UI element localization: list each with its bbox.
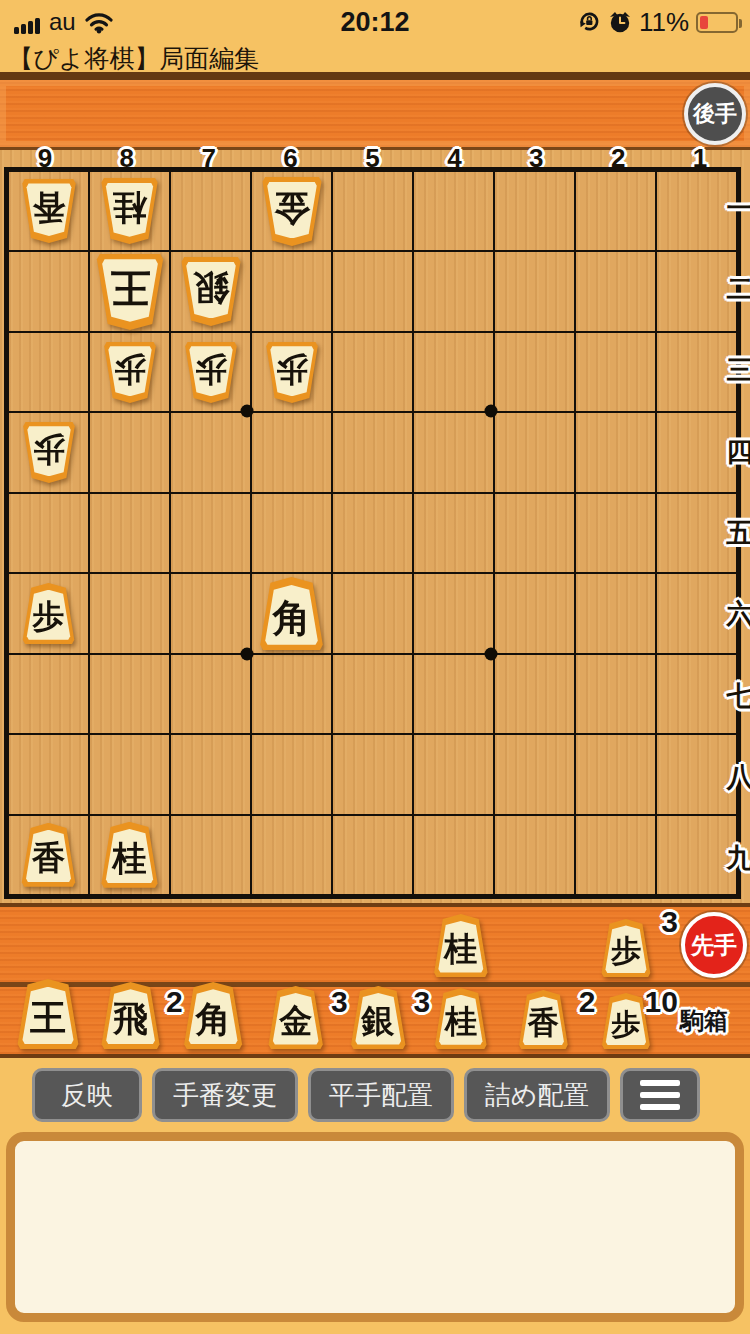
tray-slot-角 <box>177 907 249 982</box>
cell-9-2[interactable] <box>9 252 88 330</box>
apply-button[interactable]: 反映 <box>32 1068 142 1122</box>
rank-label-2: 二 <box>723 248 750 329</box>
cell-8-7[interactable] <box>90 655 169 733</box>
cell-2-9[interactable] <box>576 816 655 894</box>
cell-3-7[interactable] <box>495 655 574 733</box>
piece-kanji: 銀 <box>179 257 243 317</box>
piece-kanji: 香 <box>20 179 78 235</box>
cell-4-8[interactable] <box>414 735 493 813</box>
cell-5-4[interactable] <box>333 413 412 491</box>
sente-hand-slots: 桂歩3 <box>12 907 662 982</box>
piece-kanji: 角 <box>182 991 245 1049</box>
shogi-piece-桂[interactable]: 桂 <box>99 178 160 244</box>
cell-3-9[interactable] <box>495 816 574 894</box>
cell-3-5[interactable] <box>495 494 574 572</box>
piece-shape: 香 <box>517 990 570 1049</box>
cell-4-9[interactable] <box>414 816 493 894</box>
cell-6-2[interactable] <box>252 252 331 330</box>
tray-slot-歩 <box>590 80 662 147</box>
gote-hand-slots <box>12 80 662 147</box>
piece-shape: 金 <box>260 177 324 246</box>
cell-6-8[interactable] <box>252 735 331 813</box>
rank-label-1: 一 <box>723 167 750 248</box>
piece-kanji: 飛 <box>99 991 162 1049</box>
piece-count: 2 <box>579 985 596 1019</box>
tray-slot-香 <box>507 80 579 147</box>
status-right: 11% <box>577 7 738 38</box>
cell-9-4[interactable]: 歩 <box>9 413 88 491</box>
cell-3-2[interactable] <box>495 252 574 330</box>
piece-kanji: 香 <box>20 831 78 887</box>
piece-shape: 銀 <box>349 986 408 1049</box>
star-point <box>241 405 254 418</box>
tsume-setup-button[interactable]: 詰め配置 <box>464 1068 610 1122</box>
piece-shape: 飛 <box>99 982 162 1049</box>
shogi-piece-王[interactable]: 王 <box>15 979 81 1049</box>
cell-6-5[interactable] <box>252 494 331 572</box>
tray-slot-金[interactable]: 金3 <box>260 987 332 1054</box>
cell-4-4[interactable] <box>414 413 493 491</box>
piece-box-tray: 王飛2角金3銀3桂香2歩10 駒箱 <box>0 987 750 1054</box>
gote-turn-badge: 後手 <box>684 83 746 145</box>
piece-kanji: 金 <box>260 177 324 237</box>
piece-kanji: 歩 <box>21 591 77 644</box>
piece-shape: 歩 <box>264 342 320 403</box>
tray-slot-銀 <box>342 907 414 982</box>
cell-6-3[interactable]: 歩 <box>252 333 331 411</box>
cell-5-9[interactable] <box>333 816 412 894</box>
tray-slot-飛[interactable]: 飛2 <box>95 987 167 1054</box>
cell-3-4[interactable] <box>495 413 574 491</box>
tray-slot-桂[interactable]: 桂 <box>425 987 497 1054</box>
piece-box-label: 駒箱 <box>664 987 744 1054</box>
tray-slot-角 <box>177 80 249 147</box>
piece-shape: 香 <box>20 179 78 243</box>
cell-9-6[interactable]: 歩 <box>9 574 88 652</box>
cell-8-2[interactable]: 王 <box>90 252 169 330</box>
cell-9-1[interactable]: 香 <box>9 172 88 250</box>
shogi-piece-歩[interactable]: 歩 <box>21 583 77 644</box>
cell-5-8[interactable] <box>333 735 412 813</box>
cell-4-3[interactable] <box>414 333 493 411</box>
cell-7-6[interactable] <box>171 574 250 652</box>
cell-7-8[interactable] <box>171 735 250 813</box>
piece-count: 3 <box>331 985 348 1019</box>
cell-8-9[interactable]: 桂 <box>90 816 169 894</box>
shogi-piece-歩[interactable]: 歩 <box>599 919 652 977</box>
status-bar: au 20:12 <box>0 0 750 44</box>
cell-7-3[interactable]: 歩 <box>171 333 250 411</box>
shogi-piece-歩[interactable]: 歩 <box>102 342 158 403</box>
tray-slot-角[interactable]: 角 <box>177 987 249 1054</box>
cell-5-2[interactable] <box>333 252 412 330</box>
tray-slot-桂 <box>425 80 497 147</box>
piece-kanji: 桂 <box>432 922 490 977</box>
cell-2-1[interactable] <box>576 172 655 250</box>
cell-4-7[interactable] <box>414 655 493 733</box>
cell-4-6[interactable] <box>414 574 493 652</box>
toolbar: 反映手番変更平手配置詰め配置 <box>0 1068 750 1122</box>
cell-9-3[interactable] <box>9 333 88 411</box>
change-turn-button[interactable]: 手番変更 <box>152 1068 298 1122</box>
shogi-piece-金[interactable]: 金 <box>266 986 325 1049</box>
cell-6-9[interactable] <box>252 816 331 894</box>
shogi-piece-金[interactable]: 金 <box>260 177 324 246</box>
cell-2-3[interactable] <box>576 333 655 411</box>
piece-shape: 桂 <box>432 914 490 977</box>
tray-slot-香 <box>507 907 579 982</box>
cell-9-8[interactable] <box>9 735 88 813</box>
cell-7-5[interactable] <box>171 494 250 572</box>
shogi-piece-香[interactable]: 香 <box>20 823 78 887</box>
piece-shape: 歩 <box>21 422 77 483</box>
cell-7-1[interactable] <box>171 172 250 250</box>
piece-kanji: 桂 <box>99 830 160 887</box>
piece-shape: 角 <box>182 982 245 1049</box>
piece-kanji: 桂 <box>433 996 489 1049</box>
shogi-piece-歩[interactable]: 歩 <box>183 342 239 403</box>
shogi-piece-飛[interactable]: 飛 <box>99 982 162 1049</box>
rank-label-5: 五 <box>723 492 750 573</box>
cell-6-1[interactable]: 金 <box>252 172 331 250</box>
piece-shape: 歩 <box>102 342 158 403</box>
page-title: 【ぴよ将棋】局面編集 <box>0 44 750 72</box>
app-screen: au 20:12 <box>0 0 750 1334</box>
piece-shape: 歩 <box>599 919 652 977</box>
shogi-piece-歩[interactable]: 歩 <box>264 342 320 403</box>
cell-4-5[interactable] <box>414 494 493 572</box>
cell-7-9[interactable] <box>171 816 250 894</box>
shogi-piece-銀[interactable]: 銀 <box>349 986 408 1049</box>
cell-4-1[interactable] <box>414 172 493 250</box>
board-section: 987654321 香桂金王銀歩歩歩歩歩角香桂 一二三四五六七八九 <box>0 150 750 903</box>
tray-slot-飛 <box>95 80 167 147</box>
gote-hand-tray: 後手 <box>0 80 750 150</box>
rank-label-8: 八 <box>723 736 750 817</box>
piece-kanji: 銀 <box>349 994 408 1049</box>
piece-kanji: 香 <box>517 998 570 1049</box>
cell-8-5[interactable] <box>90 494 169 572</box>
cell-8-1[interactable]: 桂 <box>90 172 169 250</box>
cell-9-5[interactable] <box>9 494 88 572</box>
piece-kanji: 角 <box>258 586 326 650</box>
tray-slot-銀[interactable]: 銀3 <box>342 987 414 1054</box>
cell-3-3[interactable] <box>495 333 574 411</box>
rank-label-3: 三 <box>723 330 750 411</box>
piece-count: 2 <box>166 985 183 1019</box>
cell-2-4[interactable] <box>576 413 655 491</box>
piece-kanji: 歩 <box>264 342 320 395</box>
piece-shape: 王 <box>15 979 81 1049</box>
piece-shape: 銀 <box>179 257 243 326</box>
rank-label-7: 七 <box>723 655 750 736</box>
piece-kanji: 歩 <box>21 422 77 475</box>
star-point <box>485 648 498 661</box>
shogi-piece-桂[interactable]: 桂 <box>432 914 490 977</box>
shogi-piece-角[interactable]: 角 <box>258 577 326 650</box>
piece-shape: 歩 <box>21 583 77 644</box>
sente-hand-tray: 桂歩3 先手 <box>0 907 750 982</box>
piece-kanji: 金 <box>266 994 325 1049</box>
shogi-piece-王[interactable]: 王 <box>94 254 166 330</box>
cell-3-8[interactable] <box>495 735 574 813</box>
cell-7-4[interactable] <box>171 413 250 491</box>
cell-4-2[interactable] <box>414 252 493 330</box>
board-grid: 香桂金王銀歩歩歩歩歩角香桂 <box>4 167 741 899</box>
tray-slot-王 <box>12 80 84 147</box>
cell-6-6[interactable]: 角 <box>252 574 331 652</box>
piece-kanji: 歩 <box>183 342 239 395</box>
cell-9-7[interactable] <box>9 655 88 733</box>
cell-8-3[interactable]: 歩 <box>90 333 169 411</box>
cell-3-1[interactable] <box>495 172 574 250</box>
cell-8-4[interactable] <box>90 413 169 491</box>
cell-2-8[interactable] <box>576 735 655 813</box>
piece-shape: 金 <box>266 986 325 1049</box>
tray-divider <box>0 1054 750 1058</box>
battery-percent: 11% <box>639 7 689 38</box>
cell-6-7[interactable] <box>252 655 331 733</box>
sente-turn-badge: 先手 <box>681 912 747 978</box>
piece-box-slots: 王飛2角金3銀3桂香2歩10 <box>12 987 662 1054</box>
star-point <box>485 405 498 418</box>
piece-kanji: 王 <box>15 988 81 1049</box>
shogi-piece-銀[interactable]: 銀 <box>179 257 243 326</box>
cell-8-8[interactable] <box>90 735 169 813</box>
shogi-piece-歩[interactable]: 歩 <box>21 422 77 483</box>
rank-label-9: 九 <box>723 818 750 899</box>
piece-shape: 香 <box>20 823 78 887</box>
tray-slot-桂[interactable]: 桂 <box>425 907 497 982</box>
hamburger-menu-button[interactable] <box>620 1068 700 1122</box>
cell-2-5[interactable] <box>576 494 655 572</box>
position-text-area[interactable] <box>6 1132 744 1322</box>
rank-label-4: 四 <box>723 411 750 492</box>
alarm-icon <box>608 10 632 34</box>
piece-shape: 歩 <box>183 342 239 403</box>
star-point <box>241 648 254 661</box>
piece-count: 3 <box>661 905 678 939</box>
tray-slot-香[interactable]: 香2 <box>507 987 579 1054</box>
piece-shape: 桂 <box>99 822 160 888</box>
cell-3-6[interactable] <box>495 574 574 652</box>
rank-coordinates: 一二三四五六七八九 <box>723 167 750 899</box>
rotation-lock-icon <box>577 10 601 34</box>
tray-slot-王[interactable]: 王 <box>12 987 84 1054</box>
cell-8-6[interactable] <box>90 574 169 652</box>
shogi-piece-桂[interactable]: 桂 <box>99 822 160 888</box>
piece-shape: 王 <box>94 254 166 330</box>
tray-slot-歩[interactable]: 歩10 <box>590 987 662 1054</box>
cell-2-2[interactable] <box>576 252 655 330</box>
cell-2-7[interactable] <box>576 655 655 733</box>
shogi-piece-桂[interactable]: 桂 <box>433 988 489 1049</box>
piece-shape: 桂 <box>99 178 160 244</box>
piece-shape: 桂 <box>433 988 489 1049</box>
rank-label-6: 六 <box>723 574 750 655</box>
tray-slot-王 <box>12 907 84 982</box>
piece-kanji: 桂 <box>99 178 160 235</box>
tray-slot-金 <box>260 80 332 147</box>
tray-slot-銀 <box>342 80 414 147</box>
cell-6-4[interactable] <box>252 413 331 491</box>
hirate-setup-button[interactable]: 平手配置 <box>308 1068 454 1122</box>
shogi-piece-角[interactable]: 角 <box>182 982 245 1049</box>
cell-5-3[interactable] <box>333 333 412 411</box>
tray-slot-金 <box>260 907 332 982</box>
cell-9-9[interactable]: 香 <box>9 816 88 894</box>
cell-7-7[interactable] <box>171 655 250 733</box>
piece-kanji: 王 <box>94 254 166 320</box>
piece-shape: 角 <box>258 577 326 650</box>
cell-5-6[interactable] <box>333 574 412 652</box>
tray-slot-歩[interactable]: 歩3 <box>590 907 662 982</box>
piece-count: 3 <box>414 985 431 1019</box>
cell-7-2[interactable]: 銀 <box>171 252 250 330</box>
cell-5-1[interactable] <box>333 172 412 250</box>
piece-kanji: 歩 <box>599 927 652 977</box>
cell-5-5[interactable] <box>333 494 412 572</box>
battery-icon <box>696 12 738 33</box>
shogi-piece-香[interactable]: 香 <box>20 179 78 243</box>
cell-2-6[interactable] <box>576 574 655 652</box>
piece-kanji: 歩 <box>102 342 158 395</box>
tray-slot-飛 <box>95 907 167 982</box>
shogi-piece-香[interactable]: 香 <box>517 990 570 1049</box>
cell-5-7[interactable] <box>333 655 412 733</box>
